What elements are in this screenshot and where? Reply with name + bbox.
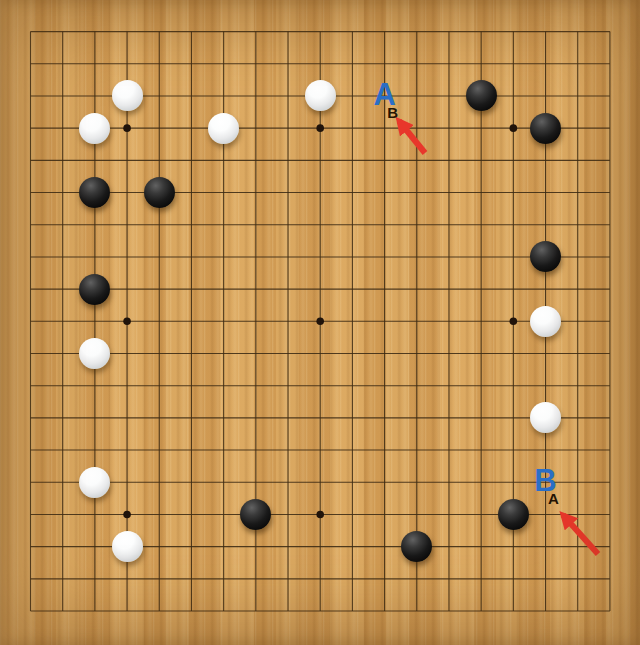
board-point[interactable] (47, 176, 79, 208)
board-point[interactable] (14, 144, 46, 176)
board-point[interactable] (562, 370, 594, 402)
board-point[interactable] (594, 176, 626, 208)
board-point[interactable] (304, 16, 336, 48)
board-point[interactable] (368, 466, 400, 498)
board-point[interactable] (529, 337, 561, 369)
board-point[interactable] (240, 337, 272, 369)
board-point[interactable] (304, 498, 336, 530)
board-point[interactable] (562, 402, 594, 434)
board-point[interactable] (529, 209, 561, 241)
board-point[interactable] (368, 241, 400, 273)
board-point[interactable] (529, 531, 561, 563)
board-point[interactable] (497, 337, 529, 369)
board-point[interactable] (272, 531, 304, 563)
board-point[interactable] (14, 112, 46, 144)
board-point[interactable] (401, 80, 433, 112)
board-point[interactable] (336, 112, 368, 144)
board-point[interactable] (47, 466, 79, 498)
board-point[interactable] (594, 241, 626, 273)
board-point[interactable] (594, 563, 626, 595)
board-point[interactable] (336, 498, 368, 530)
board-point[interactable] (465, 80, 497, 112)
board-point[interactable] (175, 563, 207, 595)
board-point[interactable] (594, 402, 626, 434)
board-point[interactable] (175, 273, 207, 305)
board-point[interactable] (272, 112, 304, 144)
board-point[interactable] (336, 48, 368, 80)
board-point[interactable] (594, 498, 626, 530)
board-point[interactable] (368, 531, 400, 563)
board-point[interactable] (304, 337, 336, 369)
board-point[interactable] (175, 16, 207, 48)
board-point[interactable] (304, 402, 336, 434)
board-point[interactable] (111, 273, 143, 305)
board-point[interactable] (272, 434, 304, 466)
board-point[interactable] (208, 498, 240, 530)
board-point[interactable] (208, 16, 240, 48)
board-point[interactable] (529, 563, 561, 595)
board-point[interactable] (368, 48, 400, 80)
board-point[interactable] (497, 563, 529, 595)
board-point[interactable] (529, 273, 561, 305)
board-point[interactable] (368, 595, 400, 627)
board-point[interactable] (336, 337, 368, 369)
board-point[interactable] (368, 402, 400, 434)
board-point[interactable] (14, 563, 46, 595)
board-point[interactable] (79, 402, 111, 434)
board-point[interactable] (143, 402, 175, 434)
board-point[interactable] (14, 305, 46, 337)
board-point[interactable] (143, 48, 175, 80)
board-point[interactable] (594, 209, 626, 241)
board-point[interactable] (497, 273, 529, 305)
board-point[interactable] (433, 305, 465, 337)
board-point[interactable] (208, 337, 240, 369)
board-point[interactable] (143, 498, 175, 530)
board-point[interactable] (143, 273, 175, 305)
board-point[interactable] (79, 176, 111, 208)
board-point[interactable] (240, 80, 272, 112)
board-point[interactable] (79, 144, 111, 176)
board-point[interactable] (368, 563, 400, 595)
board-point[interactable] (175, 80, 207, 112)
board-point[interactable] (529, 176, 561, 208)
board-point[interactable] (208, 176, 240, 208)
board-point[interactable] (594, 16, 626, 48)
board-point[interactable] (79, 370, 111, 402)
board-point[interactable] (272, 337, 304, 369)
board-point[interactable] (47, 434, 79, 466)
board-point[interactable] (433, 176, 465, 208)
board-point[interactable] (336, 434, 368, 466)
board-point[interactable] (594, 434, 626, 466)
board-point[interactable] (240, 563, 272, 595)
board-point[interactable] (497, 466, 529, 498)
board-point[interactable] (562, 176, 594, 208)
board-point[interactable] (47, 273, 79, 305)
board-point[interactable] (14, 402, 46, 434)
board-point[interactable] (497, 305, 529, 337)
board-point[interactable] (143, 434, 175, 466)
board-point[interactable] (175, 176, 207, 208)
board-point[interactable] (14, 16, 46, 48)
board-point[interactable] (175, 531, 207, 563)
board-point[interactable] (208, 48, 240, 80)
board-point[interactable] (594, 337, 626, 369)
board-point[interactable] (208, 305, 240, 337)
board-point[interactable] (594, 531, 626, 563)
board-point[interactable] (175, 209, 207, 241)
board-point[interactable] (465, 241, 497, 273)
board-point[interactable] (594, 144, 626, 176)
board-point[interactable] (433, 563, 465, 595)
board-point[interactable] (143, 176, 175, 208)
board-point[interactable] (111, 563, 143, 595)
board-point[interactable] (433, 273, 465, 305)
board-point[interactable] (562, 80, 594, 112)
board-point[interactable] (14, 176, 46, 208)
board-point[interactable] (143, 241, 175, 273)
board-point[interactable] (14, 370, 46, 402)
board-point[interactable] (47, 80, 79, 112)
board-point[interactable] (562, 305, 594, 337)
board-point[interactable] (111, 305, 143, 337)
board-point[interactable] (272, 209, 304, 241)
board-point[interactable] (594, 595, 626, 627)
board-point[interactable] (79, 337, 111, 369)
board-point[interactable] (79, 498, 111, 530)
board-point[interactable] (433, 16, 465, 48)
board-point[interactable] (111, 434, 143, 466)
board-point[interactable] (272, 80, 304, 112)
board-point[interactable] (336, 563, 368, 595)
board-point[interactable] (143, 16, 175, 48)
board-point[interactable] (401, 48, 433, 80)
board-point[interactable] (368, 209, 400, 241)
board-point[interactable] (562, 595, 594, 627)
board-point[interactable] (336, 144, 368, 176)
board-point[interactable] (465, 112, 497, 144)
board-point[interactable] (465, 144, 497, 176)
board-point[interactable] (433, 144, 465, 176)
board-point[interactable] (401, 563, 433, 595)
board-point[interactable] (562, 144, 594, 176)
board-point[interactable] (594, 466, 626, 498)
board-point[interactable] (111, 402, 143, 434)
board-point[interactable] (465, 370, 497, 402)
board-point[interactable] (208, 563, 240, 595)
board-point[interactable] (401, 434, 433, 466)
board-point[interactable] (497, 402, 529, 434)
board-point[interactable] (14, 466, 46, 498)
board-point[interactable] (240, 466, 272, 498)
board-point[interactable] (594, 273, 626, 305)
board-point[interactable] (272, 402, 304, 434)
board-point[interactable] (562, 337, 594, 369)
board-point[interactable] (465, 176, 497, 208)
board-point[interactable] (304, 80, 336, 112)
board-point[interactable] (272, 176, 304, 208)
board-point[interactable] (304, 176, 336, 208)
board-point[interactable] (368, 434, 400, 466)
board-point[interactable] (497, 144, 529, 176)
board-point[interactable] (208, 209, 240, 241)
board-point[interactable] (272, 16, 304, 48)
board-point[interactable] (240, 241, 272, 273)
board-point[interactable] (562, 16, 594, 48)
board-point[interactable] (465, 434, 497, 466)
board-point[interactable] (47, 402, 79, 434)
board-point[interactable] (433, 498, 465, 530)
board-point[interactable] (240, 305, 272, 337)
board-point[interactable] (401, 305, 433, 337)
board-point[interactable] (336, 273, 368, 305)
board-point[interactable] (433, 595, 465, 627)
board-point[interactable] (401, 241, 433, 273)
board-point[interactable] (497, 595, 529, 627)
board-point[interactable] (304, 595, 336, 627)
board-point[interactable] (562, 563, 594, 595)
board-point[interactable] (79, 80, 111, 112)
board-point[interactable] (401, 595, 433, 627)
board-point[interactable] (79, 16, 111, 48)
board-point[interactable] (336, 80, 368, 112)
board-point[interactable] (465, 273, 497, 305)
board-point[interactable] (465, 466, 497, 498)
board-point[interactable] (79, 595, 111, 627)
board-point[interactable] (529, 595, 561, 627)
board-point[interactable] (497, 176, 529, 208)
board-point[interactable] (401, 466, 433, 498)
board-point[interactable] (401, 144, 433, 176)
board-point[interactable] (47, 209, 79, 241)
board-point[interactable] (304, 241, 336, 273)
board-point[interactable] (433, 434, 465, 466)
board-point[interactable] (143, 531, 175, 563)
board-point[interactable] (272, 241, 304, 273)
board-point[interactable] (401, 531, 433, 563)
board-point[interactable] (497, 498, 529, 530)
board-point[interactable] (304, 466, 336, 498)
board-point[interactable] (208, 80, 240, 112)
board-point[interactable] (240, 498, 272, 530)
board-point[interactable] (465, 48, 497, 80)
board-point[interactable] (240, 531, 272, 563)
board-point[interactable] (175, 370, 207, 402)
board-point[interactable] (240, 176, 272, 208)
board-point[interactable] (208, 273, 240, 305)
go-board[interactable] (14, 16, 626, 628)
board-point[interactable] (47, 337, 79, 369)
board-point[interactable] (465, 209, 497, 241)
board-point[interactable] (143, 305, 175, 337)
board-point[interactable] (208, 144, 240, 176)
board-point[interactable] (272, 48, 304, 80)
board-point[interactable] (401, 370, 433, 402)
board-point[interactable] (401, 402, 433, 434)
board-point[interactable] (465, 498, 497, 530)
board-point[interactable] (336, 531, 368, 563)
board-point[interactable] (562, 273, 594, 305)
board-point[interactable] (433, 241, 465, 273)
board-point[interactable] (304, 144, 336, 176)
board-point[interactable] (336, 209, 368, 241)
board-point[interactable] (529, 370, 561, 402)
board-point[interactable] (111, 466, 143, 498)
board-point[interactable] (529, 144, 561, 176)
board-point[interactable] (143, 595, 175, 627)
board-point[interactable] (240, 144, 272, 176)
board-point[interactable] (14, 273, 46, 305)
board-point[interactable] (562, 498, 594, 530)
board-point[interactable] (336, 595, 368, 627)
board-point[interactable] (175, 144, 207, 176)
board-point[interactable] (47, 112, 79, 144)
board-point[interactable] (433, 48, 465, 80)
board-point[interactable] (208, 466, 240, 498)
board-point[interactable] (111, 595, 143, 627)
board-point[interactable] (562, 209, 594, 241)
board-point[interactable] (433, 337, 465, 369)
board-point[interactable] (401, 498, 433, 530)
board-point[interactable] (497, 80, 529, 112)
board-point[interactable] (175, 241, 207, 273)
board-point[interactable] (175, 48, 207, 80)
board-point[interactable] (433, 370, 465, 402)
board-point[interactable] (14, 48, 46, 80)
board-point[interactable] (111, 48, 143, 80)
board-point[interactable] (240, 370, 272, 402)
board-point[interactable] (336, 241, 368, 273)
board-point[interactable] (208, 402, 240, 434)
board-point[interactable] (562, 466, 594, 498)
board-point[interactable] (401, 112, 433, 144)
board-point[interactable] (208, 434, 240, 466)
board-point[interactable] (14, 434, 46, 466)
board-point[interactable] (304, 563, 336, 595)
board-point[interactable] (433, 466, 465, 498)
board-point[interactable] (465, 531, 497, 563)
board-point[interactable] (208, 595, 240, 627)
board-point[interactable] (175, 466, 207, 498)
board-point[interactable] (594, 48, 626, 80)
board-point[interactable] (304, 209, 336, 241)
board-point[interactable] (143, 370, 175, 402)
board-point[interactable] (240, 402, 272, 434)
board-point[interactable] (529, 402, 561, 434)
board-point[interactable] (594, 305, 626, 337)
board-point[interactable] (240, 112, 272, 144)
board-point[interactable] (304, 434, 336, 466)
board-point[interactable] (79, 48, 111, 80)
board-point[interactable] (47, 305, 79, 337)
board-point[interactable] (272, 273, 304, 305)
board-point[interactable] (368, 16, 400, 48)
board-point[interactable] (143, 112, 175, 144)
board-point[interactable] (336, 305, 368, 337)
board-point[interactable] (47, 595, 79, 627)
board-point[interactable] (272, 563, 304, 595)
board-point[interactable] (401, 273, 433, 305)
board-point[interactable] (594, 370, 626, 402)
board-point[interactable] (272, 498, 304, 530)
board-point[interactable] (562, 112, 594, 144)
board-point[interactable] (111, 112, 143, 144)
board-point[interactable] (79, 112, 111, 144)
board-point[interactable] (497, 209, 529, 241)
board-point[interactable] (304, 112, 336, 144)
board-point[interactable] (497, 48, 529, 80)
board-point[interactable] (79, 273, 111, 305)
board-point[interactable] (433, 402, 465, 434)
board-point[interactable] (368, 337, 400, 369)
board-point[interactable] (368, 370, 400, 402)
board-point[interactable] (111, 337, 143, 369)
board-point[interactable] (401, 209, 433, 241)
board-point[interactable] (529, 112, 561, 144)
board-point[interactable] (433, 531, 465, 563)
board-point[interactable] (562, 531, 594, 563)
board-point[interactable] (208, 370, 240, 402)
board-point[interactable] (79, 466, 111, 498)
board-point[interactable] (208, 531, 240, 563)
board-point[interactable] (111, 498, 143, 530)
board-point[interactable] (272, 595, 304, 627)
board-point[interactable] (14, 241, 46, 273)
board-point[interactable] (79, 563, 111, 595)
board-point[interactable] (111, 241, 143, 273)
board-point[interactable] (79, 209, 111, 241)
board-point[interactable] (529, 48, 561, 80)
board-point[interactable] (111, 144, 143, 176)
board-point[interactable] (111, 370, 143, 402)
board-point[interactable] (529, 80, 561, 112)
board-point[interactable] (562, 434, 594, 466)
board-point[interactable] (175, 402, 207, 434)
board-point[interactable] (401, 337, 433, 369)
board-point[interactable] (562, 241, 594, 273)
board-point[interactable] (143, 337, 175, 369)
board-point[interactable] (497, 241, 529, 273)
board-point[interactable] (304, 305, 336, 337)
board-point[interactable] (465, 337, 497, 369)
board-point[interactable] (433, 80, 465, 112)
board-point[interactable] (336, 402, 368, 434)
board-point[interactable] (47, 16, 79, 48)
board-point[interactable] (47, 531, 79, 563)
board-point[interactable] (368, 305, 400, 337)
board-point[interactable] (175, 498, 207, 530)
board-point[interactable] (594, 112, 626, 144)
board-point[interactable] (208, 112, 240, 144)
board-point[interactable] (336, 466, 368, 498)
board-point[interactable] (272, 144, 304, 176)
board-point[interactable] (111, 209, 143, 241)
board-point[interactable] (240, 209, 272, 241)
board-point[interactable] (143, 209, 175, 241)
board-point[interactable] (143, 144, 175, 176)
board-point[interactable] (47, 563, 79, 595)
board-point[interactable] (111, 16, 143, 48)
board-point[interactable] (47, 498, 79, 530)
board-point[interactable] (240, 273, 272, 305)
board-point[interactable] (465, 595, 497, 627)
board-point[interactable] (433, 112, 465, 144)
board-point[interactable] (465, 563, 497, 595)
board-point[interactable] (208, 241, 240, 273)
board-point[interactable] (368, 498, 400, 530)
board-point[interactable] (497, 434, 529, 466)
